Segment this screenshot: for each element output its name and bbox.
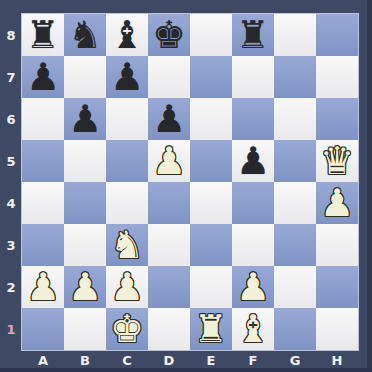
black-bishop-icon[interactable]: ♝ (110, 14, 144, 56)
square-d8[interactable]: ♚ (148, 14, 190, 56)
black-pawn-icon[interactable]: ♟ (152, 98, 186, 140)
file-label-d: D (148, 351, 190, 369)
square-g3[interactable] (274, 224, 316, 266)
square-b4[interactable] (64, 182, 106, 224)
square-a7[interactable]: ♟ (22, 56, 64, 98)
square-c5[interactable] (106, 140, 148, 182)
square-g1[interactable] (274, 308, 316, 350)
white-pawn-icon[interactable]: ♟ (110, 266, 144, 308)
black-rook-icon[interactable]: ♜ (26, 14, 60, 56)
white-pawn-icon[interactable]: ♟ (320, 182, 354, 224)
square-g8[interactable] (274, 14, 316, 56)
square-h3[interactable] (316, 224, 358, 266)
square-b2[interactable]: ♟ (64, 266, 106, 308)
rank-label-5: 5 (0, 140, 22, 182)
square-e4[interactable] (190, 182, 232, 224)
square-e3[interactable] (190, 224, 232, 266)
square-e1[interactable]: ♜ (190, 308, 232, 350)
square-b7[interactable] (64, 56, 106, 98)
square-h5[interactable]: ♛ (316, 140, 358, 182)
white-pawn-icon[interactable]: ♟ (236, 266, 270, 308)
square-c4[interactable] (106, 182, 148, 224)
square-d5[interactable]: ♟ (148, 140, 190, 182)
square-f3[interactable] (232, 224, 274, 266)
file-label-g: G (274, 351, 316, 369)
square-a4[interactable] (22, 182, 64, 224)
square-c2[interactable]: ♟ (106, 266, 148, 308)
file-label-b: B (64, 351, 106, 369)
square-g2[interactable] (274, 266, 316, 308)
square-d7[interactable] (148, 56, 190, 98)
rank-labels: 87654321 (0, 14, 22, 350)
white-bishop-icon[interactable]: ♝ (236, 308, 270, 350)
square-a6[interactable] (22, 98, 64, 140)
square-a2[interactable]: ♟ (22, 266, 64, 308)
square-e5[interactable] (190, 140, 232, 182)
square-h2[interactable] (316, 266, 358, 308)
square-d6[interactable]: ♟ (148, 98, 190, 140)
square-d1[interactable] (148, 308, 190, 350)
square-e8[interactable] (190, 14, 232, 56)
square-h4[interactable]: ♟ (316, 182, 358, 224)
rank-label-1: 1 (0, 308, 22, 350)
black-pawn-icon[interactable]: ♟ (110, 56, 144, 98)
rank-label-6: 6 (0, 98, 22, 140)
square-b3[interactable] (64, 224, 106, 266)
black-king-icon[interactable]: ♚ (152, 14, 186, 56)
rank-label-7: 7 (0, 56, 22, 98)
rank-label-3: 3 (0, 224, 22, 266)
square-b6[interactable]: ♟ (64, 98, 106, 140)
white-pawn-icon[interactable]: ♟ (152, 140, 186, 182)
square-a3[interactable] (22, 224, 64, 266)
square-g6[interactable] (274, 98, 316, 140)
black-rook-icon[interactable]: ♜ (236, 14, 270, 56)
square-h8[interactable] (316, 14, 358, 56)
square-b8[interactable]: ♞ (64, 14, 106, 56)
rank-label-8: 8 (0, 14, 22, 56)
file-label-h: H (316, 351, 358, 369)
square-f4[interactable] (232, 182, 274, 224)
rank-label-4: 4 (0, 182, 22, 224)
square-c3[interactable]: ♞ (106, 224, 148, 266)
file-label-a: A (22, 351, 64, 369)
white-pawn-icon[interactable]: ♟ (68, 266, 102, 308)
file-label-c: C (106, 351, 148, 369)
white-knight-icon[interactable]: ♞ (110, 224, 144, 266)
white-queen-icon[interactable]: ♛ (320, 140, 354, 182)
square-a8[interactable]: ♜ (22, 14, 64, 56)
square-h7[interactable] (316, 56, 358, 98)
black-pawn-icon[interactable]: ♟ (236, 140, 270, 182)
chess-diagram: ♜♞♝♚♜♟♟♟♟♟♟♛♟♞♟♟♟♟♚♜♝ 87654321 ABCDEFGH (0, 0, 372, 372)
file-label-e: E (190, 351, 232, 369)
square-f6[interactable] (232, 98, 274, 140)
square-c1[interactable]: ♚ (106, 308, 148, 350)
square-d2[interactable] (148, 266, 190, 308)
white-pawn-icon[interactable]: ♟ (26, 266, 60, 308)
black-pawn-icon[interactable]: ♟ (26, 56, 60, 98)
square-c7[interactable]: ♟ (106, 56, 148, 98)
square-e6[interactable] (190, 98, 232, 140)
square-g7[interactable] (274, 56, 316, 98)
file-labels: ABCDEFGH (22, 351, 358, 369)
square-f1[interactable]: ♝ (232, 308, 274, 350)
square-g4[interactable] (274, 182, 316, 224)
square-b1[interactable] (64, 308, 106, 350)
square-c6[interactable] (106, 98, 148, 140)
square-e2[interactable] (190, 266, 232, 308)
black-pawn-icon[interactable]: ♟ (68, 98, 102, 140)
square-e7[interactable] (190, 56, 232, 98)
white-king-icon[interactable]: ♚ (110, 308, 144, 350)
square-h1[interactable] (316, 308, 358, 350)
white-rook-icon[interactable]: ♜ (194, 308, 228, 350)
square-d4[interactable] (148, 182, 190, 224)
square-g5[interactable] (274, 140, 316, 182)
black-knight-icon[interactable]: ♞ (68, 14, 102, 56)
frame-edge-right (367, 0, 372, 372)
rank-label-2: 2 (0, 266, 22, 308)
square-c8[interactable]: ♝ (106, 14, 148, 56)
square-b5[interactable] (64, 140, 106, 182)
file-label-f: F (232, 351, 274, 369)
square-f7[interactable] (232, 56, 274, 98)
chess-board: ♜♞♝♚♜♟♟♟♟♟♟♛♟♞♟♟♟♟♚♜♝ (22, 14, 358, 350)
square-d3[interactable] (148, 224, 190, 266)
square-a5[interactable] (22, 140, 64, 182)
square-h6[interactable] (316, 98, 358, 140)
square-f8[interactable]: ♜ (232, 14, 274, 56)
square-a1[interactable] (22, 308, 64, 350)
square-f5[interactable]: ♟ (232, 140, 274, 182)
square-f2[interactable]: ♟ (232, 266, 274, 308)
